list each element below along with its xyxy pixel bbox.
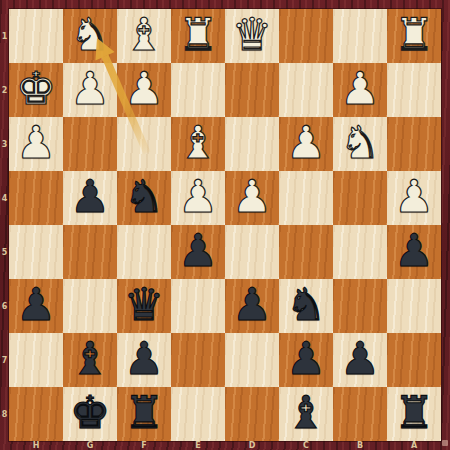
square-d5[interactable]: [225, 225, 279, 279]
square-h4[interactable]: [9, 171, 63, 225]
piece-white-king-h2[interactable]: ♚: [16, 66, 56, 111]
square-a3[interactable]: [387, 117, 441, 171]
square-c8[interactable]: ♝: [279, 387, 333, 441]
square-g8[interactable]: ♚: [63, 387, 117, 441]
square-f7[interactable]: ♟: [117, 333, 171, 387]
square-g3[interactable]: [63, 117, 117, 171]
square-g5[interactable]: [63, 225, 117, 279]
square-a1[interactable]: ♜: [387, 9, 441, 63]
rank-label-6: 6: [0, 279, 9, 333]
piece-white-rook-a1[interactable]: ♜: [394, 12, 434, 57]
file-label-d: D: [225, 441, 279, 450]
square-a2[interactable]: [387, 63, 441, 117]
square-h8[interactable]: [9, 387, 63, 441]
piece-black-pawn-c7[interactable]: ♟: [286, 336, 326, 381]
square-f3[interactable]: [117, 117, 171, 171]
square-h1[interactable]: [9, 9, 63, 63]
square-d3[interactable]: [225, 117, 279, 171]
piece-white-pawn-a4[interactable]: ♟: [394, 174, 434, 219]
square-e2[interactable]: [171, 63, 225, 117]
square-e4[interactable]: ♟: [171, 171, 225, 225]
square-c3[interactable]: ♟: [279, 117, 333, 171]
piece-black-queen-f6[interactable]: ♛: [124, 282, 164, 327]
square-g7[interactable]: ♝: [63, 333, 117, 387]
file-labels: HGFEDCBA: [9, 441, 441, 450]
rank-label-2: 2: [0, 63, 9, 117]
piece-white-pawn-b2[interactable]: ♟: [340, 66, 380, 111]
file-label-f: F: [117, 441, 171, 450]
square-b3[interactable]: ♞: [333, 117, 387, 171]
square-b7[interactable]: ♟: [333, 333, 387, 387]
square-b4[interactable]: [333, 171, 387, 225]
file-label-e: E: [171, 441, 225, 450]
square-a8[interactable]: ♜: [387, 387, 441, 441]
piece-white-pawn-d4[interactable]: ♟: [232, 174, 272, 219]
rank-label-5: 5: [0, 225, 9, 279]
piece-black-knight-c6[interactable]: ♞: [286, 282, 326, 327]
square-h7[interactable]: [9, 333, 63, 387]
piece-black-pawn-g4[interactable]: ♟: [70, 174, 110, 219]
square-e6[interactable]: [171, 279, 225, 333]
square-g1[interactable]: ♞: [63, 9, 117, 63]
square-b8[interactable]: [333, 387, 387, 441]
piece-white-bishop-f1[interactable]: ♝: [124, 12, 164, 57]
square-d1[interactable]: ♛: [225, 9, 279, 63]
piece-black-pawn-e5[interactable]: ♟: [178, 228, 218, 273]
piece-white-pawn-f2[interactable]: ♟: [124, 66, 164, 111]
square-e5[interactable]: ♟: [171, 225, 225, 279]
square-a7[interactable]: [387, 333, 441, 387]
piece-black-knight-f4[interactable]: ♞: [124, 174, 164, 219]
square-e8[interactable]: [171, 387, 225, 441]
square-c5[interactable]: [279, 225, 333, 279]
piece-white-bishop-e3[interactable]: ♝: [178, 120, 218, 165]
square-c1[interactable]: [279, 9, 333, 63]
square-f4[interactable]: ♞: [117, 171, 171, 225]
square-a4[interactable]: ♟: [387, 171, 441, 225]
piece-black-rook-a8[interactable]: ♜: [394, 390, 434, 435]
square-g2[interactable]: ♟: [63, 63, 117, 117]
square-a5[interactable]: ♟: [387, 225, 441, 279]
square-c7[interactable]: ♟: [279, 333, 333, 387]
square-c2[interactable]: [279, 63, 333, 117]
piece-white-rook-e1[interactable]: ♜: [178, 12, 218, 57]
square-h5[interactable]: [9, 225, 63, 279]
square-d4[interactable]: ♟: [225, 171, 279, 225]
rank-label-1: 1: [0, 9, 9, 63]
square-h2[interactable]: ♚: [9, 63, 63, 117]
rank-label-4: 4: [0, 171, 9, 225]
square-d6[interactable]: ♟: [225, 279, 279, 333]
square-b5[interactable]: [333, 225, 387, 279]
piece-black-pawn-d6[interactable]: ♟: [232, 282, 272, 327]
file-label-h: H: [9, 441, 63, 450]
piece-white-pawn-g2[interactable]: ♟: [70, 66, 110, 111]
square-b6[interactable]: [333, 279, 387, 333]
piece-white-queen-d1[interactable]: ♛: [232, 12, 272, 57]
rank-labels: 12345678: [0, 9, 9, 441]
piece-black-pawn-h6[interactable]: ♟: [16, 282, 56, 327]
file-label-c: C: [279, 441, 333, 450]
piece-black-bishop-g7[interactable]: ♝: [70, 336, 110, 381]
file-label-b: B: [333, 441, 387, 450]
square-h6[interactable]: ♟: [9, 279, 63, 333]
rank-label-8: 8: [0, 387, 9, 441]
square-h3[interactable]: ♟: [9, 117, 63, 171]
piece-black-rook-f8[interactable]: ♜: [124, 390, 164, 435]
square-f2[interactable]: ♟: [117, 63, 171, 117]
piece-black-bishop-c8[interactable]: ♝: [286, 390, 326, 435]
piece-white-pawn-e4[interactable]: ♟: [178, 174, 218, 219]
square-e7[interactable]: [171, 333, 225, 387]
square-c6[interactable]: ♞: [279, 279, 333, 333]
square-g4[interactable]: ♟: [63, 171, 117, 225]
file-label-g: G: [63, 441, 117, 450]
square-f6[interactable]: ♛: [117, 279, 171, 333]
chess-board: ♞♝♜♛♜♚♟♟♟♟♝♟♞♟♞♟♟♟♟♟♟♛♟♞♝♟♟♟♚♜♝♜: [9, 9, 441, 441]
piece-white-pawn-c3[interactable]: ♟: [286, 120, 326, 165]
square-d2[interactable]: [225, 63, 279, 117]
square-f1[interactable]: ♝: [117, 9, 171, 63]
square-g6[interactable]: [63, 279, 117, 333]
piece-black-pawn-a5[interactable]: ♟: [394, 228, 434, 273]
square-e1[interactable]: ♜: [171, 9, 225, 63]
square-c4[interactable]: [279, 171, 333, 225]
square-d8[interactable]: [225, 387, 279, 441]
square-f8[interactable]: ♜: [117, 387, 171, 441]
square-b1[interactable]: [333, 9, 387, 63]
piece-black-pawn-b7[interactable]: ♟: [340, 336, 380, 381]
square-e3[interactable]: ♝: [171, 117, 225, 171]
square-b2[interactable]: ♟: [333, 63, 387, 117]
square-a6[interactable]: [387, 279, 441, 333]
chess-diagram: ♞♝♜♛♜♚♟♟♟♟♝♟♞♟♞♟♟♟♟♟♟♛♟♞♝♟♟♟♚♜♝♜ 1234567…: [0, 0, 450, 450]
corner-dot: [442, 440, 448, 446]
square-d7[interactable]: [225, 333, 279, 387]
piece-black-king-g8[interactable]: ♚: [70, 390, 110, 435]
piece-white-knight-g1[interactable]: ♞: [70, 12, 110, 57]
rank-label-3: 3: [0, 117, 9, 171]
piece-black-pawn-f7[interactable]: ♟: [124, 336, 164, 381]
rank-label-7: 7: [0, 333, 9, 387]
file-label-a: A: [387, 441, 441, 450]
piece-white-knight-b3[interactable]: ♞: [340, 120, 380, 165]
square-f5[interactable]: [117, 225, 171, 279]
piece-white-pawn-h3[interactable]: ♟: [16, 120, 56, 165]
